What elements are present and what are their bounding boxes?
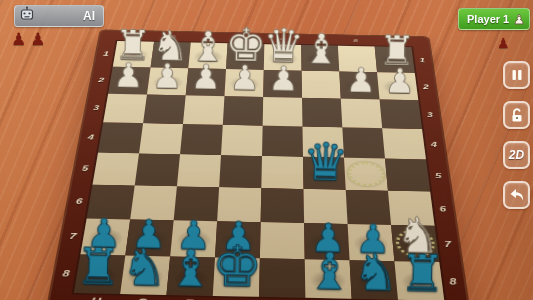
undo-arrow-icon — [509, 187, 525, 203]
ai-captured-tray: ♟♟ — [11, 31, 46, 48]
square-a2[interactable]: ♟ — [377, 72, 418, 100]
square-c3[interactable] — [302, 98, 342, 128]
square-f2[interactable]: ♟ — [186, 68, 226, 96]
player-banner: Player 1 ♟ — [458, 8, 530, 30]
lock-button[interactable] — [503, 101, 530, 129]
white-pawn-h2[interactable]: ♟ — [112, 59, 143, 94]
rank-label-left-1: 1 — [98, 50, 114, 57]
square-c8[interactable]: ♝ — [305, 259, 352, 299]
black-queen-c5[interactable]: ♛ — [302, 136, 349, 188]
pause-icon — [510, 68, 524, 82]
square-e2[interactable]: ♟ — [224, 69, 263, 97]
square-a5[interactable] — [385, 159, 430, 192]
white-pawn-e2[interactable]: ♟ — [229, 61, 260, 96]
square-f5[interactable] — [177, 154, 221, 187]
square-g3[interactable] — [143, 95, 186, 124]
square-h8[interactable]: ♜ — [74, 255, 125, 294]
file-label-g: G — [118, 296, 166, 300]
white-pawn-g2[interactable]: ♟ — [151, 59, 182, 94]
square-h5[interactable] — [93, 153, 140, 186]
black-rook-h8[interactable]: ♜ — [74, 241, 121, 293]
rank-label-left-8: 8 — [56, 268, 76, 278]
square-a8[interactable]: ♜ — [394, 261, 444, 300]
white-pawn-a2[interactable]: ♟ — [384, 64, 415, 99]
white-pawn-f2[interactable]: ♟ — [190, 60, 221, 95]
robot-icon — [19, 6, 35, 26]
square-d3[interactable] — [263, 97, 303, 126]
square-d6[interactable] — [261, 188, 304, 223]
ai-banner: AI — [14, 5, 104, 27]
move-highlight-b5 — [347, 162, 385, 187]
undo-button[interactable] — [503, 181, 530, 209]
square-d5[interactable] — [261, 156, 303, 189]
white-pawn-b2[interactable]: ♟ — [345, 63, 376, 98]
square-d2[interactable]: ♟ — [263, 70, 302, 98]
square-h4[interactable] — [98, 122, 143, 153]
game-controls: 2D — [503, 61, 530, 209]
square-d8[interactable] — [259, 258, 305, 298]
square-g4[interactable] — [139, 123, 183, 154]
rank-label-right-5: 5 — [430, 171, 447, 179]
square-c2[interactable] — [302, 71, 341, 99]
captured-black-pawn: ♟ — [30, 31, 45, 48]
square-f8[interactable]: ♝ — [166, 256, 215, 295]
square-b3[interactable] — [341, 99, 382, 129]
board-frame: ♜♞♝♚♛♝♜♟♟♟♟♟♟♟♛♟♟♟♟♟♟♞♜♞♝♚♝♞♜ HGFEDCBA H… — [48, 30, 469, 300]
square-a4[interactable] — [382, 128, 426, 159]
2d-toggle-button[interactable]: 2D — [503, 141, 530, 169]
captured-white-pawn: ♟ — [497, 36, 510, 50]
square-e4[interactable] — [221, 125, 263, 156]
rank-label-right-3: 3 — [422, 111, 438, 119]
rank-label-right-1: 1 — [414, 57, 429, 64]
rank-label-left-4: 4 — [82, 133, 99, 141]
black-bishop-f8[interactable]: ♝ — [167, 243, 214, 295]
square-d7[interactable] — [260, 222, 305, 259]
2d-label: 2D — [509, 148, 524, 162]
ai-name-label: AI — [83, 9, 95, 23]
square-e5[interactable] — [219, 155, 262, 188]
chessboard[interactable]: ♜♞♝♚♛♝♜♟♟♟♟♟♟♟♛♟♟♟♟♟♟♞♜♞♝♚♝♞♜ — [74, 41, 444, 300]
square-b5[interactable] — [344, 158, 388, 191]
white-bishop-c1[interactable]: ♝ — [302, 28, 340, 70]
square-c5[interactable]: ♛ — [303, 157, 346, 190]
rank-label-left-5: 5 — [76, 164, 94, 172]
square-h2[interactable]: ♟ — [108, 67, 150, 95]
rank-label-left-2: 2 — [93, 76, 109, 83]
square-b8[interactable]: ♞ — [350, 260, 398, 300]
rank-label-right-8: 8 — [443, 276, 462, 286]
rank-label-right-4: 4 — [425, 140, 442, 148]
square-h3[interactable] — [103, 94, 147, 123]
black-knight-g8[interactable]: ♞ — [121, 242, 168, 294]
player-captured-tray: ♟ — [497, 36, 510, 50]
square-b2[interactable]: ♟ — [339, 71, 379, 99]
white-pawn-d2[interactable]: ♟ — [267, 62, 298, 97]
open-padlock-icon — [509, 107, 525, 123]
square-e3[interactable] — [223, 96, 263, 125]
pawn-icon: ♟ — [513, 13, 525, 26]
square-g2[interactable]: ♟ — [147, 68, 188, 96]
black-rook-a8[interactable]: ♜ — [398, 247, 445, 299]
black-knight-b8[interactable]: ♞ — [352, 246, 399, 298]
game-scene: ♜♞♝♚♛♝♜♟♟♟♟♟♟♟♛♟♟♟♟♟♟♞♜♞♝♚♝♞♜ HGFEDCBA H… — [0, 0, 533, 300]
rank-label-left-6: 6 — [70, 197, 88, 206]
square-f4[interactable] — [180, 124, 223, 155]
square-e8[interactable]: ♚ — [213, 257, 260, 296]
player-name-label: Player 1 — [467, 13, 509, 25]
square-g5[interactable] — [135, 153, 180, 186]
black-bishop-c8[interactable]: ♝ — [306, 245, 353, 297]
captured-black-pawn: ♟ — [11, 31, 26, 48]
square-d4[interactable] — [262, 126, 303, 157]
file-label-h: H — [71, 295, 119, 300]
black-king-e8[interactable]: ♚ — [211, 238, 263, 296]
pause-button[interactable] — [503, 61, 530, 89]
square-a3[interactable] — [380, 99, 422, 129]
file-label-top-b: B — [337, 38, 374, 43]
chessboard-scene: ♜♞♝♚♛♝♜♟♟♟♟♟♟♟♛♟♟♟♟♟♟♞♜♞♝♚♝♞♜ HGFEDCBA H… — [74, 0, 451, 300]
square-f3[interactable] — [183, 95, 225, 124]
rank-label-left-3: 3 — [88, 104, 105, 111]
square-c1[interactable]: ♝ — [301, 45, 339, 72]
rank-label-right-2: 2 — [418, 83, 434, 90]
square-g8[interactable]: ♞ — [120, 256, 170, 295]
